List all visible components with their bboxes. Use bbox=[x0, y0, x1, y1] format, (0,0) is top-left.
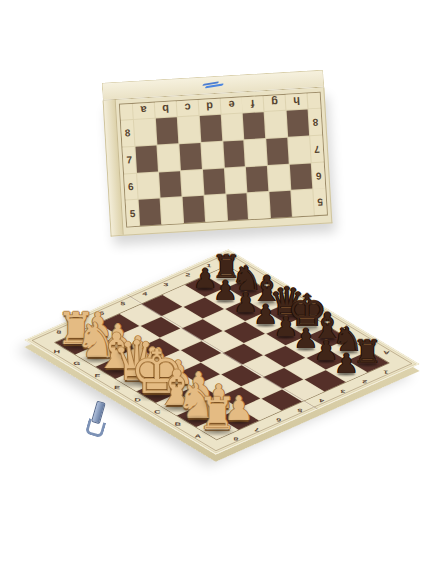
file-label-bottom-F: F bbox=[95, 373, 101, 378]
rank-label-right-2: 2 bbox=[362, 379, 367, 384]
box-square-e5 bbox=[226, 194, 248, 221]
rank-label-left-1: 1 bbox=[206, 263, 211, 268]
file-label-bottom-C: C bbox=[155, 410, 162, 415]
chess-board: HH11GG22FF33EE44DD55CC66BB77AA88 bbox=[24, 249, 419, 455]
box-print-area: abcdefgh88776655 bbox=[116, 88, 332, 235]
file-label-top-E: E bbox=[303, 301, 309, 306]
box-file-label-f: f bbox=[242, 96, 264, 112]
box-rank-label-left-8: 8 bbox=[121, 120, 135, 146]
rank-label-left-5: 5 bbox=[120, 301, 125, 306]
clasp-latch[interactable] bbox=[87, 401, 111, 439]
box-square-h5 bbox=[292, 190, 314, 217]
file-label-bottom-D: D bbox=[134, 397, 141, 402]
box-file-label-c: c bbox=[177, 100, 199, 116]
box-rank-label-left-5: 5 bbox=[126, 200, 140, 226]
box-square-h8 bbox=[287, 110, 309, 137]
box-square-d6 bbox=[203, 168, 225, 195]
box-square-d5 bbox=[204, 195, 226, 222]
box-file-label-d: d bbox=[198, 99, 220, 115]
rank-label-right-3: 3 bbox=[340, 388, 345, 393]
box-square-g8 bbox=[265, 111, 287, 138]
box-square-e6 bbox=[224, 167, 246, 194]
box-file-label-h: h bbox=[286, 94, 308, 110]
latch-hook-icon bbox=[85, 418, 107, 438]
file-label-top-C: C bbox=[343, 326, 350, 331]
file-label-top-B: B bbox=[363, 338, 370, 343]
file-label-bottom-G: G bbox=[74, 361, 81, 366]
box-square-c5 bbox=[182, 196, 204, 223]
chess-box: abcdefgh88776655 bbox=[102, 70, 333, 237]
brand-stamp-icon bbox=[199, 79, 227, 92]
box-square-h7 bbox=[288, 136, 310, 163]
box-front-face: abcdefgh88776655 bbox=[103, 88, 333, 237]
box-square-b6 bbox=[159, 171, 181, 198]
box-square-e7 bbox=[223, 140, 245, 167]
file-label-top-D: D bbox=[323, 314, 330, 319]
file-label-bottom-H: H bbox=[54, 349, 61, 354]
file-label-top-G: G bbox=[262, 277, 269, 282]
box-square-f8 bbox=[243, 112, 265, 139]
box-rank-label-right-8: 8 bbox=[309, 109, 323, 135]
rank-label-right-1: 1 bbox=[383, 369, 388, 374]
box-corner bbox=[308, 93, 321, 109]
box-square-g7 bbox=[266, 138, 288, 165]
file-label-top-F: F bbox=[283, 289, 289, 294]
box-square-g5 bbox=[270, 191, 292, 218]
box-file-label-e: e bbox=[220, 97, 242, 113]
box-file-label-b: b bbox=[155, 101, 177, 117]
rank-label-left-8: 8 bbox=[56, 330, 61, 335]
box-file-label-a: a bbox=[133, 103, 155, 119]
file-label-bottom-B: B bbox=[175, 422, 182, 427]
file-label-bottom-A: A bbox=[195, 434, 202, 439]
product-photo-scene: abcdefgh88776655 HH11GG22FF33EE44DD55CC6… bbox=[0, 0, 440, 587]
rank-label-right-6: 6 bbox=[276, 417, 281, 422]
rank-label-right-4: 4 bbox=[319, 398, 324, 403]
box-square-c6 bbox=[181, 169, 203, 196]
box-file-label-g: g bbox=[264, 95, 286, 111]
box-square-a8 bbox=[134, 119, 156, 146]
rank-label-left-4: 4 bbox=[142, 292, 147, 297]
file-label-top-A: A bbox=[383, 350, 390, 355]
box-square-d8 bbox=[199, 115, 221, 142]
box-square-d7 bbox=[201, 141, 223, 168]
box-square-e8 bbox=[221, 113, 243, 140]
box-corner bbox=[120, 104, 133, 120]
box-square-h6 bbox=[290, 163, 312, 190]
box-square-c7 bbox=[179, 143, 201, 170]
box-print: abcdefgh88776655 bbox=[119, 92, 328, 228]
box-square-b5 bbox=[160, 197, 182, 224]
rank-label-right-8: 8 bbox=[233, 436, 238, 441]
box-square-g6 bbox=[268, 164, 290, 191]
box-rank-label-left-6: 6 bbox=[124, 173, 138, 199]
box-square-f5 bbox=[248, 192, 270, 219]
rank-label-left-2: 2 bbox=[185, 273, 190, 278]
box-square-a6 bbox=[137, 172, 159, 199]
rank-label-left-6: 6 bbox=[99, 311, 104, 316]
box-square-b7 bbox=[157, 144, 179, 171]
file-label-bottom-E: E bbox=[114, 385, 120, 390]
box-rank-label-left-7: 7 bbox=[122, 147, 136, 173]
box-square-c8 bbox=[178, 116, 200, 143]
file-label-top-H: H bbox=[242, 265, 249, 270]
box-square-f7 bbox=[245, 139, 267, 166]
box-square-f6 bbox=[246, 166, 268, 193]
rank-label-left-7: 7 bbox=[77, 320, 82, 325]
box-square-a5 bbox=[139, 199, 161, 226]
box-rank-label-right-7: 7 bbox=[310, 135, 324, 161]
rank-label-left-3: 3 bbox=[163, 282, 168, 287]
box-rank-label-right-5: 5 bbox=[313, 189, 327, 215]
rank-label-right-5: 5 bbox=[297, 407, 302, 412]
rank-label-right-7: 7 bbox=[254, 427, 259, 432]
box-square-b8 bbox=[156, 117, 178, 144]
box-square-a7 bbox=[135, 145, 157, 172]
box-rank-label-right-6: 6 bbox=[312, 162, 326, 188]
